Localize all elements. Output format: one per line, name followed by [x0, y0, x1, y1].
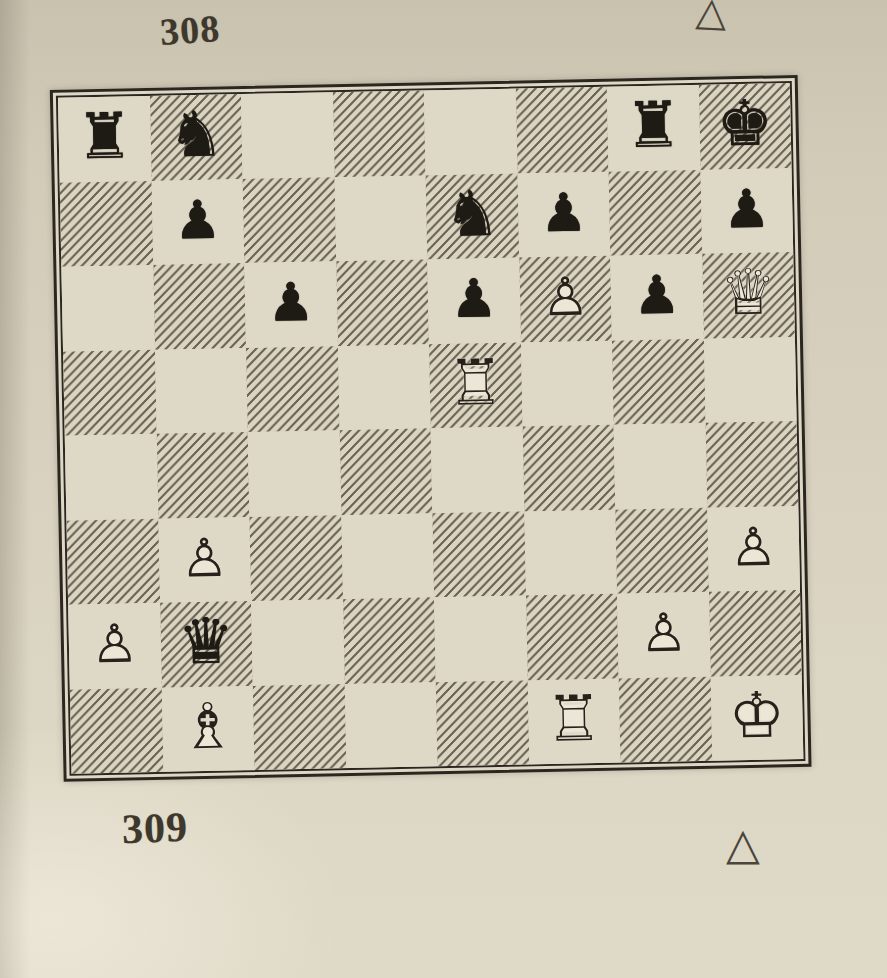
- square-h6: ♛♕: [702, 252, 795, 338]
- white-rook-piece: ♜♖: [429, 342, 522, 428]
- square-b6: [153, 263, 246, 349]
- white-bishop-piece: ♝♗: [161, 685, 254, 771]
- black-knight-piece: ♞: [149, 94, 242, 180]
- square-c3: [249, 515, 342, 601]
- white-to-move-triangle-icon-bottom: △: [726, 818, 760, 869]
- white-queen-piece: ♛♕: [702, 252, 795, 338]
- square-g8: ♜: [607, 85, 700, 171]
- black-pawn-piece: ♟: [244, 261, 337, 347]
- square-e8: [424, 89, 517, 175]
- square-d1: [344, 682, 437, 768]
- square-d5: [337, 344, 430, 430]
- black-rook-piece: ♜: [607, 85, 700, 171]
- square-b5: [155, 348, 248, 434]
- square-d4: [339, 428, 432, 514]
- square-g1: [619, 676, 712, 762]
- square-e7: ♞: [426, 173, 519, 259]
- square-h5: [703, 337, 796, 423]
- square-b4: [156, 432, 249, 518]
- white-pawn-piece: ♟♙: [617, 592, 710, 678]
- square-a3: [66, 518, 159, 604]
- white-pawn-piece: ♟♙: [158, 517, 251, 603]
- square-h8: ♚: [698, 83, 791, 169]
- square-c1: [253, 684, 346, 770]
- square-d3: [341, 513, 434, 599]
- square-f1: ♜♖: [527, 678, 620, 764]
- black-pawn-piece: ♟: [610, 254, 703, 340]
- square-g5: [612, 338, 705, 424]
- square-c7: [243, 177, 336, 263]
- square-a7: [60, 180, 153, 266]
- square-a4: [65, 434, 158, 520]
- square-f6: ♟♙: [519, 256, 612, 342]
- square-a5: [63, 349, 156, 435]
- square-e6: ♟: [427, 258, 520, 344]
- square-b1: ♝♗: [161, 685, 254, 771]
- square-e4: [431, 427, 524, 513]
- square-g4: [614, 423, 707, 509]
- square-d2: [343, 597, 436, 683]
- square-a2: ♟♙: [68, 603, 161, 689]
- square-g3: [615, 507, 708, 593]
- square-c8: [241, 92, 334, 178]
- black-knight-piece: ♞: [426, 173, 519, 259]
- square-c2: [251, 599, 344, 685]
- square-h7: ♟: [700, 168, 793, 254]
- chess-board: ♜♞♜♚♟♞♟♟♟♟♟♙♟♛♕♜♖♟♙♟♙♟♙♛♟♙♝♗♜♖♚♔: [50, 75, 812, 782]
- white-pawn-piece: ♟♙: [519, 256, 612, 342]
- white-to-move-triangle-icon-top: △: [695, 0, 728, 35]
- puzzle-number-309: 309: [121, 803, 189, 853]
- square-b3: ♟♙: [158, 517, 251, 603]
- square-h2: [709, 590, 802, 676]
- white-pawn-piece: ♟♙: [707, 505, 800, 591]
- square-b7: ♟: [151, 179, 244, 265]
- square-a8: ♜: [58, 96, 151, 182]
- square-d7: [334, 175, 427, 261]
- square-e1: [436, 680, 529, 766]
- square-g2: ♟♙: [617, 592, 710, 678]
- chess-board-grid: ♜♞♜♚♟♞♟♟♟♟♟♙♟♛♕♜♖♟♙♟♙♟♙♛♟♙♝♗♜♖♚♔: [58, 83, 803, 774]
- square-f8: [515, 87, 608, 173]
- square-f2: [526, 594, 619, 680]
- chess-board-frame: ♜♞♜♚♟♞♟♟♟♟♟♙♟♛♕♜♖♟♙♟♙♟♙♛♟♙♝♗♜♖♚♔: [56, 81, 805, 776]
- square-c4: [248, 430, 341, 516]
- black-pawn-piece: ♟: [517, 171, 610, 257]
- square-f3: [524, 509, 617, 595]
- square-h3: ♟♙: [707, 505, 800, 591]
- square-c6: ♟: [244, 261, 337, 347]
- square-c5: [246, 346, 339, 432]
- white-pawn-piece: ♟♙: [68, 603, 161, 689]
- square-d6: [336, 259, 429, 345]
- square-f4: [522, 425, 615, 511]
- black-king-piece: ♚: [698, 83, 791, 169]
- square-a1: [70, 687, 163, 773]
- square-e5: ♜♖: [429, 342, 522, 428]
- square-e3: [432, 511, 525, 597]
- square-g7: [609, 169, 702, 255]
- square-f5: [520, 340, 613, 426]
- square-f7: ♟: [517, 171, 610, 257]
- square-a6: [61, 265, 154, 351]
- white-king-piece: ♚♔: [710, 674, 803, 760]
- black-pawn-piece: ♟: [427, 258, 520, 344]
- square-h1: ♚♔: [710, 674, 803, 760]
- black-rook-piece: ♜: [58, 96, 151, 182]
- black-pawn-piece: ♟: [700, 168, 793, 254]
- black-pawn-piece: ♟: [151, 179, 244, 265]
- square-b2: ♛: [160, 601, 253, 687]
- square-b8: ♞: [149, 94, 242, 180]
- square-g6: ♟: [610, 254, 703, 340]
- square-d8: [332, 90, 425, 176]
- square-h4: [705, 421, 798, 507]
- black-queen-piece: ♛: [160, 601, 253, 687]
- puzzle-number-308: 308: [159, 6, 222, 54]
- white-rook-piece: ♜♖: [527, 678, 620, 764]
- square-e2: [434, 595, 527, 681]
